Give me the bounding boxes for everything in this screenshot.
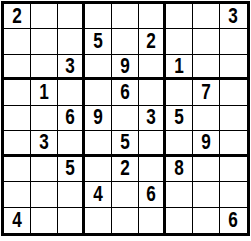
given-digit: 4: [93, 183, 103, 206]
cell-r6c8[interactable]: 9: [193, 131, 220, 156]
cell-r4c2[interactable]: 1: [31, 80, 58, 105]
cell-r9c3[interactable]: [58, 208, 85, 233]
cell-r6c3[interactable]: [58, 131, 85, 156]
cell-r8c5[interactable]: [112, 182, 139, 207]
cell-r4c9[interactable]: [220, 80, 247, 105]
cell-r9c8[interactable]: [193, 208, 220, 233]
cell-r5c2[interactable]: [31, 106, 58, 131]
cell-r1c9[interactable]: 3: [220, 4, 247, 29]
given-digit: 3: [146, 106, 156, 129]
given-digit: 2: [12, 5, 22, 28]
cell-r4c4[interactable]: [85, 80, 112, 105]
cell-r8c9[interactable]: [220, 182, 247, 207]
given-digit: 4: [12, 209, 22, 232]
cell-r5c8[interactable]: [193, 106, 220, 131]
cell-r6c5[interactable]: 5: [112, 131, 139, 156]
cell-r5c1[interactable]: [4, 106, 31, 131]
cell-r9c6[interactable]: [139, 208, 166, 233]
cell-r7c9[interactable]: [220, 157, 247, 182]
cell-r3c3[interactable]: 3: [58, 55, 85, 80]
cell-r6c7[interactable]: [166, 131, 193, 156]
cell-r8c6[interactable]: 6: [139, 182, 166, 207]
cell-r7c8[interactable]: [193, 157, 220, 182]
cell-r7c2[interactable]: [31, 157, 58, 182]
cell-r2c5[interactable]: [112, 29, 139, 54]
cell-r9c7[interactable]: [166, 208, 193, 233]
cell-r5c4[interactable]: 9: [85, 106, 112, 131]
cell-r3c1[interactable]: [4, 55, 31, 80]
given-digit: 5: [120, 131, 130, 154]
cell-r4c6[interactable]: [139, 80, 166, 105]
cell-r8c7[interactable]: [166, 182, 193, 207]
cell-r9c2[interactable]: [31, 208, 58, 233]
cell-r9c1[interactable]: 4: [4, 208, 31, 233]
cell-r6c2[interactable]: 3: [31, 131, 58, 156]
given-digit: 6: [229, 209, 239, 232]
cell-r3c4[interactable]: [85, 55, 112, 80]
cell-r2c2[interactable]: [31, 29, 58, 54]
cell-r1c2[interactable]: [31, 4, 58, 29]
given-digit: 6: [146, 183, 156, 206]
cell-r4c5[interactable]: 6: [112, 80, 139, 105]
cell-r1c6[interactable]: [139, 4, 166, 29]
cell-r2c8[interactable]: [193, 29, 220, 54]
cell-r2c4[interactable]: 5: [85, 29, 112, 54]
cell-r7c3[interactable]: 5: [58, 157, 85, 182]
cell-r9c4[interactable]: [85, 208, 112, 233]
cell-r7c4[interactable]: [85, 157, 112, 182]
cell-r6c9[interactable]: [220, 131, 247, 156]
cell-r2c1[interactable]: [4, 29, 31, 54]
cell-r9c9[interactable]: 6: [220, 208, 247, 233]
cell-r3c6[interactable]: [139, 55, 166, 80]
given-digit: 1: [174, 55, 184, 78]
given-digit: 3: [39, 131, 49, 154]
cell-r2c3[interactable]: [58, 29, 85, 54]
given-digit: 5: [174, 106, 184, 129]
cell-r8c4[interactable]: 4: [85, 182, 112, 207]
cell-r9c5[interactable]: [112, 208, 139, 233]
cell-r6c4[interactable]: [85, 131, 112, 156]
cell-r5c7[interactable]: 5: [166, 106, 193, 131]
cell-r4c7[interactable]: [166, 80, 193, 105]
given-digit: 2: [120, 157, 130, 180]
cell-r8c1[interactable]: [4, 182, 31, 207]
cell-r7c6[interactable]: [139, 157, 166, 182]
cell-r4c3[interactable]: [58, 80, 85, 105]
given-digit: 7: [201, 81, 211, 104]
cell-r6c6[interactable]: [139, 131, 166, 156]
given-digit: 9: [93, 106, 103, 129]
cell-r6c1[interactable]: [4, 131, 31, 156]
cell-r3c8[interactable]: [193, 55, 220, 80]
given-digit: 9: [120, 55, 130, 78]
cell-r4c8[interactable]: 7: [193, 80, 220, 105]
cell-r3c7[interactable]: 1: [166, 55, 193, 80]
cell-r5c6[interactable]: 3: [139, 106, 166, 131]
cell-r5c9[interactable]: [220, 106, 247, 131]
cell-r5c3[interactable]: 6: [58, 106, 85, 131]
given-digit: 3: [65, 55, 75, 78]
given-digit: 2: [146, 30, 156, 53]
cell-r2c7[interactable]: [166, 29, 193, 54]
cell-r7c7[interactable]: 8: [166, 157, 193, 182]
given-digit: 1: [39, 81, 49, 104]
cell-r1c8[interactable]: [193, 4, 220, 29]
cell-r8c8[interactable]: [193, 182, 220, 207]
given-digit: 5: [93, 30, 103, 53]
cell-r2c9[interactable]: [220, 29, 247, 54]
cell-r1c7[interactable]: [166, 4, 193, 29]
cell-r1c4[interactable]: [85, 4, 112, 29]
cell-r1c1[interactable]: 2: [4, 4, 31, 29]
sudoku-puzzle: 235239116769353595284646: [0, 0, 251, 241]
cell-r8c3[interactable]: [58, 182, 85, 207]
given-digit: 6: [65, 106, 75, 129]
cell-r2c6[interactable]: 2: [139, 29, 166, 54]
given-digit: 3: [229, 5, 239, 28]
cell-r1c5[interactable]: [112, 4, 139, 29]
given-digit: 8: [174, 157, 184, 180]
cell-r4c1[interactable]: [4, 80, 31, 105]
sudoku-board: 235239116769353595284646: [1, 1, 250, 236]
cell-r7c5[interactable]: 2: [112, 157, 139, 182]
cell-r8c2[interactable]: [31, 182, 58, 207]
given-digit: 6: [120, 81, 130, 104]
cell-r5c5[interactable]: [112, 106, 139, 131]
cell-r3c5[interactable]: 9: [112, 55, 139, 80]
cell-r3c9[interactable]: [220, 55, 247, 80]
given-digit: 9: [201, 131, 211, 154]
given-digit: 5: [65, 157, 75, 180]
cell-r1c3[interactable]: [58, 4, 85, 29]
cell-r3c2[interactable]: [31, 55, 58, 80]
cell-r7c1[interactable]: [4, 157, 31, 182]
